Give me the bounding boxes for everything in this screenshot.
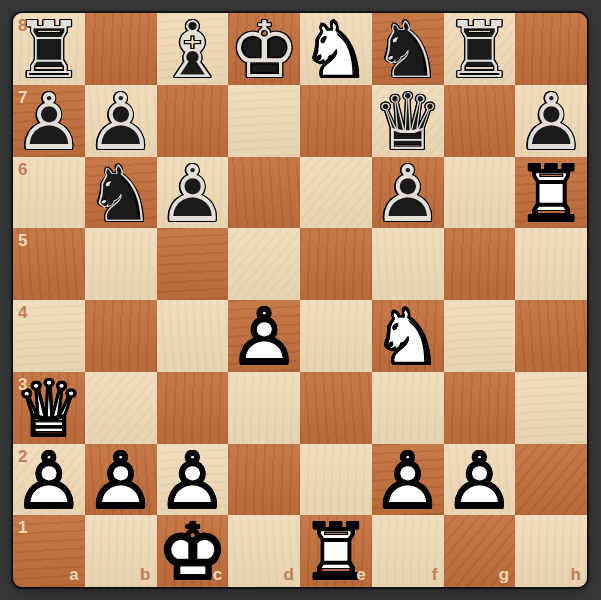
piece-glyph-outline: ♖ <box>516 155 586 233</box>
file-label: f <box>432 566 438 583</box>
piece-glyph-outline: ♔ <box>229 13 299 89</box>
chess-board: 8♜♖♝♗♚♔♞♘♞♘♜♖7♟♙♟♙♛♕♟♙6♞♘♟♙♟♙♜♖54♟♙♞♘3♛♕… <box>13 13 587 587</box>
piece-glyph-outline: ♘ <box>373 298 443 376</box>
square-c1[interactable]: c♚♔ <box>157 515 229 587</box>
piece-black-pawn[interactable]: ♟♙ <box>157 157 229 229</box>
square-h7[interactable]: ♟♙ <box>515 85 587 157</box>
piece-glyph-outline: ♙ <box>373 442 443 520</box>
square-h5[interactable] <box>515 228 587 300</box>
piece-glyph-outline: ♘ <box>86 155 156 233</box>
piece-glyph-outline: ♘ <box>301 13 371 89</box>
square-h1[interactable]: h <box>515 515 587 587</box>
piece-white-pawn[interactable]: ♟♙ <box>372 444 444 516</box>
square-h3[interactable] <box>515 372 587 444</box>
square-a5[interactable]: 5 <box>13 228 85 300</box>
piece-glyph-outline: ♙ <box>444 442 514 520</box>
piece-black-knight[interactable]: ♞♘ <box>85 157 157 229</box>
square-c2[interactable]: ♟♙ <box>157 444 229 516</box>
piece-glyph-outline: ♖ <box>444 13 514 89</box>
square-b1[interactable]: b <box>85 515 157 587</box>
piece-glyph-outline: ♙ <box>157 155 227 233</box>
rank-label: 8 <box>18 17 27 34</box>
piece-black-queen[interactable]: ♛♕ <box>372 85 444 157</box>
piece-black-king[interactable]: ♚♔ <box>228 13 300 85</box>
square-g7[interactable] <box>444 85 516 157</box>
square-d2[interactable] <box>228 444 300 516</box>
piece-glyph-outline: ♙ <box>373 155 443 233</box>
piece-white-knight[interactable]: ♞♘ <box>372 300 444 372</box>
piece-white-pawn[interactable]: ♟♙ <box>228 300 300 372</box>
square-g8[interactable]: ♜♖ <box>444 13 516 85</box>
square-b4[interactable] <box>85 300 157 372</box>
square-c6[interactable]: ♟♙ <box>157 157 229 229</box>
file-label: e <box>356 566 365 583</box>
piece-white-pawn[interactable]: ♟♙ <box>157 444 229 516</box>
square-c3[interactable] <box>157 372 229 444</box>
square-f3[interactable] <box>372 372 444 444</box>
square-d4[interactable]: ♟♙ <box>228 300 300 372</box>
piece-white-pawn[interactable]: ♟♙ <box>85 444 157 516</box>
piece-white-rook[interactable]: ♜♖ <box>515 157 587 229</box>
square-a7[interactable]: 7♟♙ <box>13 85 85 157</box>
square-e6[interactable] <box>300 157 372 229</box>
square-g4[interactable] <box>444 300 516 372</box>
square-c8[interactable]: ♝♗ <box>157 13 229 85</box>
square-e3[interactable] <box>300 372 372 444</box>
square-b3[interactable] <box>85 372 157 444</box>
rank-label: 6 <box>18 161 27 178</box>
square-e5[interactable] <box>300 228 372 300</box>
square-e4[interactable] <box>300 300 372 372</box>
square-f6[interactable]: ♟♙ <box>372 157 444 229</box>
square-e8[interactable]: ♞♘ <box>300 13 372 85</box>
square-b8[interactable] <box>85 13 157 85</box>
file-label: d <box>284 566 294 583</box>
rank-label: 4 <box>18 304 27 321</box>
square-g2[interactable]: ♟♙ <box>444 444 516 516</box>
rank-label: 5 <box>18 232 27 249</box>
piece-black-pawn[interactable]: ♟♙ <box>85 85 157 157</box>
square-d7[interactable] <box>228 85 300 157</box>
square-g3[interactable] <box>444 372 516 444</box>
square-h2[interactable] <box>515 444 587 516</box>
rank-label: 2 <box>18 448 27 465</box>
square-b5[interactable] <box>85 228 157 300</box>
square-b7[interactable]: ♟♙ <box>85 85 157 157</box>
square-a1[interactable]: 1a <box>13 515 85 587</box>
piece-black-rook[interactable]: ♜♖ <box>444 13 516 85</box>
square-b2[interactable]: ♟♙ <box>85 444 157 516</box>
piece-white-knight[interactable]: ♞♘ <box>300 13 372 85</box>
piece-glyph-outline: ♙ <box>86 442 156 520</box>
rank-label: 3 <box>18 376 27 393</box>
square-f5[interactable] <box>372 228 444 300</box>
square-d8[interactable]: ♚♔ <box>228 13 300 85</box>
piece-white-pawn[interactable]: ♟♙ <box>444 444 516 516</box>
square-h6[interactable]: ♜♖ <box>515 157 587 229</box>
square-g1[interactable]: g <box>444 515 516 587</box>
square-d3[interactable] <box>228 372 300 444</box>
square-d1[interactable]: d <box>228 515 300 587</box>
piece-black-pawn[interactable]: ♟♙ <box>515 85 587 157</box>
square-a4[interactable]: 4 <box>13 300 85 372</box>
square-d6[interactable] <box>228 157 300 229</box>
piece-black-bishop[interactable]: ♝♗ <box>157 13 229 85</box>
piece-black-knight[interactable]: ♞♘ <box>372 13 444 85</box>
square-h8[interactable] <box>515 13 587 85</box>
file-label: b <box>140 566 150 583</box>
square-g6[interactable] <box>444 157 516 229</box>
square-e1[interactable]: e♜♖ <box>300 515 372 587</box>
square-e7[interactable] <box>300 85 372 157</box>
square-c7[interactable] <box>157 85 229 157</box>
square-f2[interactable]: ♟♙ <box>372 444 444 516</box>
square-f4[interactable]: ♞♘ <box>372 300 444 372</box>
file-label: c <box>213 566 222 583</box>
piece-glyph-outline: ♙ <box>229 298 299 376</box>
rank-label: 1 <box>18 519 27 536</box>
square-h4[interactable] <box>515 300 587 372</box>
square-f8[interactable]: ♞♘ <box>372 13 444 85</box>
piece-black-pawn[interactable]: ♟♙ <box>372 157 444 229</box>
rank-label: 7 <box>18 89 27 106</box>
file-label: h <box>571 566 581 583</box>
square-a6[interactable]: 6 <box>13 157 85 229</box>
square-b6[interactable]: ♞♘ <box>85 157 157 229</box>
file-label: a <box>69 566 78 583</box>
square-f7[interactable]: ♛♕ <box>372 85 444 157</box>
piece-glyph-outline: ♗ <box>157 13 227 89</box>
square-c4[interactable] <box>157 300 229 372</box>
square-c5[interactable] <box>157 228 229 300</box>
square-a2[interactable]: 2♟♙ <box>13 444 85 516</box>
square-e2[interactable] <box>300 444 372 516</box>
square-f1[interactable]: f <box>372 515 444 587</box>
file-label: g <box>499 566 509 583</box>
square-g5[interactable] <box>444 228 516 300</box>
square-d5[interactable] <box>228 228 300 300</box>
square-a3[interactable]: 3♛♕ <box>13 372 85 444</box>
square-a8[interactable]: 8♜♖ <box>13 13 85 85</box>
